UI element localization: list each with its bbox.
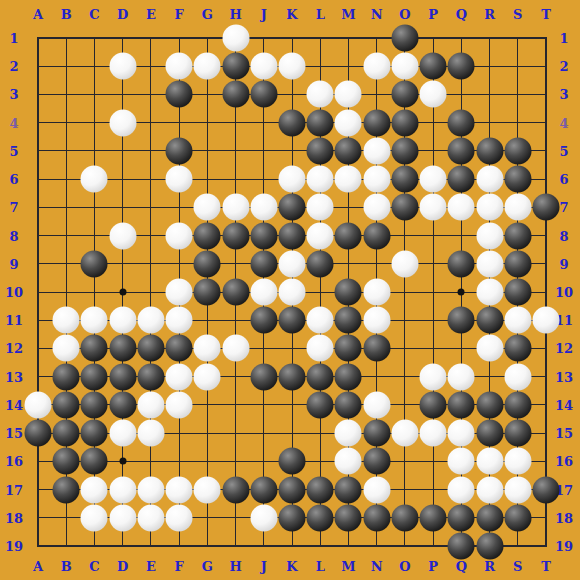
row-label: 6: [9, 172, 18, 187]
white-stone-C17[interactable]: [81, 476, 108, 503]
column-label: C: [89, 7, 99, 22]
black-stone-C12[interactable]: [81, 335, 108, 362]
board-grid-line: [433, 37, 434, 547]
row-label: 1: [9, 31, 18, 46]
black-stone-C16[interactable]: [81, 448, 108, 475]
black-stone-O7[interactable]: [391, 194, 418, 221]
black-stone-M8[interactable]: [335, 222, 362, 249]
row-label: 12: [555, 341, 573, 356]
white-stone-D8[interactable]: [109, 222, 136, 249]
white-stone-B12[interactable]: [53, 335, 80, 362]
black-stone-O1[interactable]: [391, 25, 418, 52]
black-stone-Q2[interactable]: [448, 53, 475, 80]
white-stone-R16[interactable]: [476, 448, 503, 475]
row-label: 11: [5, 313, 23, 328]
row-label: 4: [9, 115, 18, 130]
white-stone-M6[interactable]: [335, 166, 362, 193]
black-stone-R5[interactable]: [476, 137, 503, 164]
white-stone-S17[interactable]: [504, 476, 531, 503]
row-label: 4: [559, 115, 568, 130]
white-stone-M3[interactable]: [335, 81, 362, 108]
white-stone-O9[interactable]: [391, 250, 418, 277]
black-stone-R14[interactable]: [476, 391, 503, 418]
black-stone-M13[interactable]: [335, 363, 362, 390]
white-stone-S11[interactable]: [504, 307, 531, 334]
row-label: 2: [9, 59, 18, 74]
black-stone-M17[interactable]: [335, 476, 362, 503]
white-stone-N11[interactable]: [363, 307, 390, 334]
black-stone-K16[interactable]: [279, 448, 306, 475]
white-stone-E17[interactable]: [137, 476, 164, 503]
white-stone-K6[interactable]: [279, 166, 306, 193]
black-stone-T7[interactable]: [533, 194, 560, 221]
white-stone-M15[interactable]: [335, 420, 362, 447]
row-label: 2: [559, 59, 568, 74]
black-stone-O6[interactable]: [391, 166, 418, 193]
row-label: 13: [5, 369, 23, 384]
white-stone-E18[interactable]: [137, 504, 164, 531]
white-stone-E15[interactable]: [137, 420, 164, 447]
black-stone-H10[interactable]: [222, 279, 249, 306]
white-stone-F8[interactable]: [166, 222, 193, 249]
white-stone-L6[interactable]: [307, 166, 334, 193]
row-label: 9: [559, 256, 568, 271]
white-stone-N2[interactable]: [363, 53, 390, 80]
black-stone-M18[interactable]: [335, 504, 362, 531]
black-stone-O5[interactable]: [391, 137, 418, 164]
row-label: 19: [555, 539, 573, 554]
white-stone-Q15[interactable]: [448, 420, 475, 447]
row-label: 8: [9, 228, 18, 243]
column-label: A: [33, 7, 43, 22]
row-label: 6: [559, 172, 568, 187]
column-label: K: [286, 7, 297, 22]
black-stone-L18[interactable]: [307, 504, 334, 531]
white-stone-F14[interactable]: [166, 391, 193, 418]
row-label: 14: [555, 397, 573, 412]
column-label: G: [202, 559, 213, 574]
white-stone-J18[interactable]: [250, 504, 277, 531]
row-label: 12: [5, 341, 23, 356]
white-stone-N17[interactable]: [363, 476, 390, 503]
black-stone-H8[interactable]: [222, 222, 249, 249]
black-stone-S10[interactable]: [504, 279, 531, 306]
black-stone-J8[interactable]: [250, 222, 277, 249]
white-stone-H7[interactable]: [222, 194, 249, 221]
row-label: 15: [555, 426, 573, 441]
white-stone-P13[interactable]: [420, 363, 447, 390]
black-stone-N8[interactable]: [363, 222, 390, 249]
row-label: 5: [9, 143, 18, 158]
row-label: 15: [5, 426, 23, 441]
black-stone-D13[interactable]: [109, 363, 136, 390]
row-label: 10: [555, 285, 573, 300]
white-stone-O2[interactable]: [391, 53, 418, 80]
column-label: N: [371, 559, 383, 574]
column-label: E: [146, 559, 156, 574]
black-stone-Q5[interactable]: [448, 137, 475, 164]
black-stone-C15[interactable]: [81, 420, 108, 447]
white-stone-C11[interactable]: [81, 307, 108, 334]
black-stone-D14[interactable]: [109, 391, 136, 418]
column-label: P: [428, 559, 438, 574]
column-label: L: [316, 559, 325, 574]
black-stone-A15[interactable]: [25, 420, 52, 447]
black-stone-P2[interactable]: [420, 53, 447, 80]
column-label: R: [484, 559, 495, 574]
column-label: S: [513, 7, 522, 22]
black-stone-N12[interactable]: [363, 335, 390, 362]
white-stone-F6[interactable]: [166, 166, 193, 193]
column-label: B: [61, 559, 72, 574]
white-stone-G2[interactable]: [194, 53, 221, 80]
black-stone-L5[interactable]: [307, 137, 334, 164]
white-stone-L12[interactable]: [307, 335, 334, 362]
white-stone-Q16[interactable]: [448, 448, 475, 475]
white-stone-R17[interactable]: [476, 476, 503, 503]
black-stone-F5[interactable]: [166, 137, 193, 164]
black-stone-D12[interactable]: [109, 335, 136, 362]
black-stone-K8[interactable]: [279, 222, 306, 249]
white-stone-G13[interactable]: [194, 363, 221, 390]
black-stone-C13[interactable]: [81, 363, 108, 390]
black-stone-O3[interactable]: [391, 81, 418, 108]
black-stone-Q6[interactable]: [448, 166, 475, 193]
white-stone-N7[interactable]: [363, 194, 390, 221]
black-stone-M5[interactable]: [335, 137, 362, 164]
column-label: K: [286, 559, 297, 574]
black-stone-J3[interactable]: [250, 81, 277, 108]
row-label: 1: [559, 31, 568, 46]
row-label: 7: [559, 200, 568, 215]
white-stone-R12[interactable]: [476, 335, 503, 362]
black-stone-K13[interactable]: [279, 363, 306, 390]
white-stone-S13[interactable]: [504, 363, 531, 390]
column-label: H: [229, 7, 241, 22]
column-label: R: [484, 7, 495, 22]
black-stone-R19[interactable]: [476, 533, 503, 560]
white-stone-B11[interactable]: [53, 307, 80, 334]
black-stone-J11[interactable]: [250, 307, 277, 334]
star-point: [119, 458, 126, 465]
white-stone-L11[interactable]: [307, 307, 334, 334]
white-stone-M16[interactable]: [335, 448, 362, 475]
black-stone-B13[interactable]: [53, 363, 80, 390]
white-stone-F17[interactable]: [166, 476, 193, 503]
white-stone-N10[interactable]: [363, 279, 390, 306]
column-label: M: [341, 559, 355, 574]
board-grid-line: [545, 37, 547, 547]
row-label: 14: [5, 397, 23, 412]
row-label: 10: [5, 285, 23, 300]
column-label: A: [33, 559, 43, 574]
black-stone-G8[interactable]: [194, 222, 221, 249]
black-stone-P14[interactable]: [420, 391, 447, 418]
row-label: 8: [559, 228, 568, 243]
column-label: F: [174, 7, 183, 22]
white-stone-D2[interactable]: [109, 53, 136, 80]
white-stone-L7[interactable]: [307, 194, 334, 221]
column-label: T: [541, 7, 551, 22]
row-label: 13: [555, 369, 573, 384]
white-stone-K9[interactable]: [279, 250, 306, 277]
black-stone-N18[interactable]: [363, 504, 390, 531]
white-stone-P6[interactable]: [420, 166, 447, 193]
white-stone-E11[interactable]: [137, 307, 164, 334]
column-label: O: [399, 559, 410, 574]
black-stone-L4[interactable]: [307, 109, 334, 136]
column-label: M: [341, 7, 355, 22]
white-stone-F2[interactable]: [166, 53, 193, 80]
black-stone-R11[interactable]: [476, 307, 503, 334]
black-stone-F3[interactable]: [166, 81, 193, 108]
white-stone-P15[interactable]: [420, 420, 447, 447]
white-stone-Q13[interactable]: [448, 363, 475, 390]
black-stone-M14[interactable]: [335, 391, 362, 418]
white-stone-K10[interactable]: [279, 279, 306, 306]
white-stone-M4[interactable]: [335, 109, 362, 136]
white-stone-T11[interactable]: [533, 307, 560, 334]
white-stone-S7[interactable]: [504, 194, 531, 221]
black-stone-G9[interactable]: [194, 250, 221, 277]
white-stone-F18[interactable]: [166, 504, 193, 531]
black-stone-C14[interactable]: [81, 391, 108, 418]
column-label: Q: [456, 559, 467, 574]
black-stone-K7[interactable]: [279, 194, 306, 221]
black-stone-Q4[interactable]: [448, 109, 475, 136]
black-stone-Q9[interactable]: [448, 250, 475, 277]
white-stone-K2[interactable]: [279, 53, 306, 80]
column-label: S: [513, 559, 522, 574]
white-stone-J2[interactable]: [250, 53, 277, 80]
column-label: H: [229, 559, 241, 574]
black-stone-Q14[interactable]: [448, 391, 475, 418]
white-stone-F10[interactable]: [166, 279, 193, 306]
white-stone-D15[interactable]: [109, 420, 136, 447]
black-stone-H17[interactable]: [222, 476, 249, 503]
row-label: 5: [559, 143, 568, 158]
row-label: 16: [5, 454, 23, 469]
column-label: G: [202, 7, 213, 22]
column-label: Q: [456, 7, 467, 22]
black-stone-M10[interactable]: [335, 279, 362, 306]
white-stone-C6[interactable]: [81, 166, 108, 193]
row-label: 7: [9, 200, 18, 215]
row-label: 3: [9, 87, 18, 102]
black-stone-S18[interactable]: [504, 504, 531, 531]
black-stone-H3[interactable]: [222, 81, 249, 108]
black-stone-L17[interactable]: [307, 476, 334, 503]
black-stone-Q11[interactable]: [448, 307, 475, 334]
black-stone-B15[interactable]: [53, 420, 80, 447]
black-stone-S9[interactable]: [504, 250, 531, 277]
black-stone-C9[interactable]: [81, 250, 108, 277]
white-stone-G17[interactable]: [194, 476, 221, 503]
white-stone-H12[interactable]: [222, 335, 249, 362]
black-stone-M11[interactable]: [335, 307, 362, 334]
row-label: 18: [5, 510, 23, 525]
black-stone-N16[interactable]: [363, 448, 390, 475]
star-point: [119, 289, 126, 296]
white-stone-R7[interactable]: [476, 194, 503, 221]
black-stone-K18[interactable]: [279, 504, 306, 531]
column-label: D: [117, 7, 128, 22]
white-stone-R8[interactable]: [476, 222, 503, 249]
black-stone-O4[interactable]: [391, 109, 418, 136]
column-label: O: [399, 7, 410, 22]
white-stone-P3[interactable]: [420, 81, 447, 108]
black-stone-S12[interactable]: [504, 335, 531, 362]
black-stone-N4[interactable]: [363, 109, 390, 136]
row-label: 17: [5, 482, 23, 497]
white-stone-L3[interactable]: [307, 81, 334, 108]
black-stone-M12[interactable]: [335, 335, 362, 362]
black-stone-B14[interactable]: [53, 391, 80, 418]
black-stone-E13[interactable]: [137, 363, 164, 390]
column-label: J: [261, 559, 267, 574]
black-stone-F12[interactable]: [166, 335, 193, 362]
black-stone-K4[interactable]: [279, 109, 306, 136]
black-stone-O18[interactable]: [391, 504, 418, 531]
black-stone-J9[interactable]: [250, 250, 277, 277]
white-stone-Q17[interactable]: [448, 476, 475, 503]
black-stone-E12[interactable]: [137, 335, 164, 362]
white-stone-N14[interactable]: [363, 391, 390, 418]
column-label: E: [146, 7, 156, 22]
star-point: [458, 289, 465, 296]
white-stone-C18[interactable]: [81, 504, 108, 531]
go-board-diagram: AABBCCDDEEFFGGHHJJKKLLMMNNOOPPQQRRSSTT11…: [0, 0, 580, 580]
row-label: 16: [555, 454, 573, 469]
black-stone-T17[interactable]: [533, 476, 560, 503]
column-label: B: [61, 7, 72, 22]
white-stone-E14[interactable]: [137, 391, 164, 418]
white-stone-S16[interactable]: [504, 448, 531, 475]
white-stone-R10[interactable]: [476, 279, 503, 306]
black-stone-S14[interactable]: [504, 391, 531, 418]
white-stone-L8[interactable]: [307, 222, 334, 249]
white-stone-D17[interactable]: [109, 476, 136, 503]
white-stone-P7[interactable]: [420, 194, 447, 221]
black-stone-J13[interactable]: [250, 363, 277, 390]
white-stone-G7[interactable]: [194, 194, 221, 221]
black-stone-H2[interactable]: [222, 53, 249, 80]
black-stone-R18[interactable]: [476, 504, 503, 531]
white-stone-N6[interactable]: [363, 166, 390, 193]
white-stone-D4[interactable]: [109, 109, 136, 136]
white-stone-R6[interactable]: [476, 166, 503, 193]
white-stone-N5[interactable]: [363, 137, 390, 164]
white-stone-R9[interactable]: [476, 250, 503, 277]
column-label: P: [428, 7, 438, 22]
white-stone-F13[interactable]: [166, 363, 193, 390]
black-stone-S15[interactable]: [504, 420, 531, 447]
black-stone-Q19[interactable]: [448, 533, 475, 560]
black-stone-K11[interactable]: [279, 307, 306, 334]
white-stone-G12[interactable]: [194, 335, 221, 362]
white-stone-H1[interactable]: [222, 25, 249, 52]
column-label: F: [174, 559, 183, 574]
black-stone-L14[interactable]: [307, 391, 334, 418]
column-label: N: [371, 7, 383, 22]
white-stone-D11[interactable]: [109, 307, 136, 334]
column-label: D: [117, 559, 128, 574]
column-label: L: [316, 7, 325, 22]
black-stone-Q18[interactable]: [448, 504, 475, 531]
white-stone-Q7[interactable]: [448, 194, 475, 221]
black-stone-P18[interactable]: [420, 504, 447, 531]
black-stone-L9[interactable]: [307, 250, 334, 277]
row-label: 18: [555, 510, 573, 525]
white-stone-A14[interactable]: [25, 391, 52, 418]
black-stone-B16[interactable]: [53, 448, 80, 475]
white-stone-F11[interactable]: [166, 307, 193, 334]
column-label: T: [541, 559, 551, 574]
white-stone-J7[interactable]: [250, 194, 277, 221]
black-stone-S5[interactable]: [504, 137, 531, 164]
black-stone-S6[interactable]: [504, 166, 531, 193]
black-stone-S8[interactable]: [504, 222, 531, 249]
black-stone-G10[interactable]: [194, 279, 221, 306]
row-label: 9: [9, 256, 18, 271]
black-stone-N15[interactable]: [363, 420, 390, 447]
column-label: J: [261, 7, 267, 22]
white-stone-D18[interactable]: [109, 504, 136, 531]
row-label: 19: [5, 539, 23, 554]
row-label: 3: [559, 87, 568, 102]
black-stone-B17[interactable]: [53, 476, 80, 503]
white-stone-O15[interactable]: [391, 420, 418, 447]
column-label: C: [89, 559, 99, 574]
black-stone-K17[interactable]: [279, 476, 306, 503]
white-stone-J10[interactable]: [250, 279, 277, 306]
black-stone-J17[interactable]: [250, 476, 277, 503]
black-stone-L13[interactable]: [307, 363, 334, 390]
black-stone-R15[interactable]: [476, 420, 503, 447]
